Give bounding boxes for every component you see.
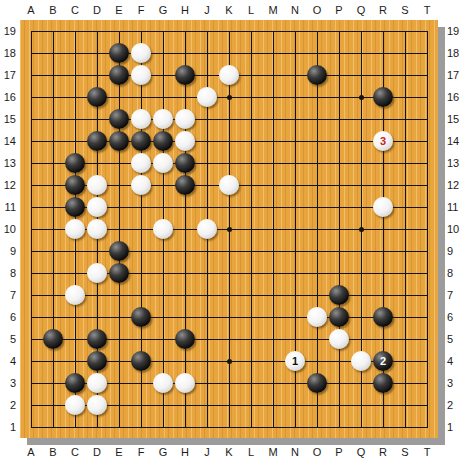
intersection-L19[interactable] [240, 20, 262, 42]
intersection-G17[interactable] [152, 64, 174, 86]
intersection-B1[interactable] [42, 416, 64, 438]
intersection-M7[interactable] [262, 284, 284, 306]
intersection-R17[interactable] [372, 64, 394, 86]
intersection-M12[interactable] [262, 174, 284, 196]
intersection-K5[interactable] [218, 328, 240, 350]
intersection-C19[interactable] [64, 20, 86, 42]
intersection-M15[interactable] [262, 108, 284, 130]
intersection-S14[interactable] [394, 130, 416, 152]
intersection-M4[interactable] [262, 350, 284, 372]
intersection-E12[interactable] [108, 174, 130, 196]
intersection-H18[interactable] [174, 42, 196, 64]
intersection-S5[interactable] [394, 328, 416, 350]
intersection-T5[interactable] [416, 328, 438, 350]
intersection-J5[interactable] [196, 328, 218, 350]
intersection-G8[interactable] [152, 262, 174, 284]
intersection-R2[interactable] [372, 394, 394, 416]
intersection-K6[interactable] [218, 306, 240, 328]
intersection-O5[interactable] [306, 328, 328, 350]
intersection-P10[interactable] [328, 218, 350, 240]
intersection-K14[interactable] [218, 130, 240, 152]
intersection-E7[interactable] [108, 284, 130, 306]
intersection-F19[interactable] [130, 20, 152, 42]
intersection-L14[interactable] [240, 130, 262, 152]
intersection-J12[interactable] [196, 174, 218, 196]
intersection-C9[interactable] [64, 240, 86, 262]
intersection-P2[interactable] [328, 394, 350, 416]
intersection-L6[interactable] [240, 306, 262, 328]
intersection-Q1[interactable] [350, 416, 372, 438]
intersection-H5[interactable] [174, 328, 196, 350]
intersection-M13[interactable] [262, 152, 284, 174]
intersection-Q5[interactable] [350, 328, 372, 350]
intersection-E9[interactable] [108, 240, 130, 262]
intersection-H6[interactable] [174, 306, 196, 328]
intersection-B15[interactable] [42, 108, 64, 130]
intersection-Q16[interactable] [350, 86, 372, 108]
intersection-K11[interactable] [218, 196, 240, 218]
intersection-J6[interactable] [196, 306, 218, 328]
intersection-C8[interactable] [64, 262, 86, 284]
intersection-F9[interactable] [130, 240, 152, 262]
go-board[interactable]: 312 [20, 20, 438, 438]
intersection-O3[interactable] [306, 372, 328, 394]
intersection-C1[interactable] [64, 416, 86, 438]
intersection-N9[interactable] [284, 240, 306, 262]
intersection-G6[interactable] [152, 306, 174, 328]
intersection-D8[interactable] [86, 262, 108, 284]
intersection-E10[interactable] [108, 218, 130, 240]
intersection-J17[interactable] [196, 64, 218, 86]
intersection-D17[interactable] [86, 64, 108, 86]
intersection-P4[interactable] [328, 350, 350, 372]
intersection-R18[interactable] [372, 42, 394, 64]
intersection-K12[interactable] [218, 174, 240, 196]
intersection-E17[interactable] [108, 64, 130, 86]
intersection-O6[interactable] [306, 306, 328, 328]
intersection-O15[interactable] [306, 108, 328, 130]
intersection-D9[interactable] [86, 240, 108, 262]
intersection-G16[interactable] [152, 86, 174, 108]
intersection-B12[interactable] [42, 174, 64, 196]
intersection-N8[interactable] [284, 262, 306, 284]
intersection-H7[interactable] [174, 284, 196, 306]
intersection-R16[interactable] [372, 86, 394, 108]
intersection-T14[interactable] [416, 130, 438, 152]
intersection-P5[interactable] [328, 328, 350, 350]
intersection-A15[interactable] [20, 108, 42, 130]
intersection-K18[interactable] [218, 42, 240, 64]
intersection-R13[interactable] [372, 152, 394, 174]
intersection-F6[interactable] [130, 306, 152, 328]
intersection-Q19[interactable] [350, 20, 372, 42]
intersection-R11[interactable] [372, 196, 394, 218]
intersection-A17[interactable] [20, 64, 42, 86]
intersection-K9[interactable] [218, 240, 240, 262]
intersection-C18[interactable] [64, 42, 86, 64]
intersection-M8[interactable] [262, 262, 284, 284]
intersection-G11[interactable] [152, 196, 174, 218]
intersection-O17[interactable] [306, 64, 328, 86]
intersection-J3[interactable] [196, 372, 218, 394]
intersection-H15[interactable] [174, 108, 196, 130]
intersection-J18[interactable] [196, 42, 218, 64]
intersection-P11[interactable] [328, 196, 350, 218]
intersection-F13[interactable] [130, 152, 152, 174]
intersection-R1[interactable] [372, 416, 394, 438]
intersection-O1[interactable] [306, 416, 328, 438]
intersection-F8[interactable] [130, 262, 152, 284]
intersection-F18[interactable] [130, 42, 152, 64]
intersection-H9[interactable] [174, 240, 196, 262]
intersection-J7[interactable] [196, 284, 218, 306]
intersection-A8[interactable] [20, 262, 42, 284]
intersection-E1[interactable] [108, 416, 130, 438]
intersection-E13[interactable] [108, 152, 130, 174]
intersection-D11[interactable] [86, 196, 108, 218]
intersection-H2[interactable] [174, 394, 196, 416]
intersection-A9[interactable] [20, 240, 42, 262]
intersection-L1[interactable] [240, 416, 262, 438]
intersection-H11[interactable] [174, 196, 196, 218]
intersection-T2[interactable] [416, 394, 438, 416]
intersection-D5[interactable] [86, 328, 108, 350]
intersection-S17[interactable] [394, 64, 416, 86]
intersection-A13[interactable] [20, 152, 42, 174]
intersection-G1[interactable] [152, 416, 174, 438]
intersection-B2[interactable] [42, 394, 64, 416]
intersection-P7[interactable] [328, 284, 350, 306]
intersection-L15[interactable] [240, 108, 262, 130]
intersection-J16[interactable] [196, 86, 218, 108]
intersection-D3[interactable] [86, 372, 108, 394]
intersection-E6[interactable] [108, 306, 130, 328]
intersection-H12[interactable] [174, 174, 196, 196]
intersection-P13[interactable] [328, 152, 350, 174]
intersection-K15[interactable] [218, 108, 240, 130]
intersection-E18[interactable] [108, 42, 130, 64]
intersection-O13[interactable] [306, 152, 328, 174]
intersection-K16[interactable] [218, 86, 240, 108]
intersection-A7[interactable] [20, 284, 42, 306]
intersection-O14[interactable] [306, 130, 328, 152]
intersection-O7[interactable] [306, 284, 328, 306]
intersection-R19[interactable] [372, 20, 394, 42]
intersection-G7[interactable] [152, 284, 174, 306]
intersection-N12[interactable] [284, 174, 306, 196]
intersection-S18[interactable] [394, 42, 416, 64]
intersection-C3[interactable] [64, 372, 86, 394]
intersection-L8[interactable] [240, 262, 262, 284]
intersection-M11[interactable] [262, 196, 284, 218]
intersection-N4[interactable]: 1 [284, 350, 306, 372]
intersection-B8[interactable] [42, 262, 64, 284]
intersection-Q8[interactable] [350, 262, 372, 284]
intersection-K3[interactable] [218, 372, 240, 394]
intersection-M1[interactable] [262, 416, 284, 438]
intersection-N14[interactable] [284, 130, 306, 152]
intersection-D7[interactable] [86, 284, 108, 306]
intersection-P9[interactable] [328, 240, 350, 262]
intersection-N6[interactable] [284, 306, 306, 328]
intersection-T15[interactable] [416, 108, 438, 130]
intersection-T6[interactable] [416, 306, 438, 328]
intersection-B13[interactable] [42, 152, 64, 174]
intersection-G5[interactable] [152, 328, 174, 350]
intersection-T17[interactable] [416, 64, 438, 86]
intersection-A18[interactable] [20, 42, 42, 64]
intersection-R3[interactable] [372, 372, 394, 394]
intersection-H16[interactable] [174, 86, 196, 108]
intersection-P15[interactable] [328, 108, 350, 130]
intersection-T7[interactable] [416, 284, 438, 306]
intersection-T3[interactable] [416, 372, 438, 394]
intersection-H17[interactable] [174, 64, 196, 86]
intersection-A5[interactable] [20, 328, 42, 350]
intersection-M2[interactable] [262, 394, 284, 416]
intersection-E2[interactable] [108, 394, 130, 416]
intersection-Q3[interactable] [350, 372, 372, 394]
intersection-B19[interactable] [42, 20, 64, 42]
intersection-A1[interactable] [20, 416, 42, 438]
intersection-G2[interactable] [152, 394, 174, 416]
intersection-L3[interactable] [240, 372, 262, 394]
intersection-Q4[interactable] [350, 350, 372, 372]
intersection-H19[interactable] [174, 20, 196, 42]
intersection-H8[interactable] [174, 262, 196, 284]
intersection-L4[interactable] [240, 350, 262, 372]
intersection-R14[interactable]: 3 [372, 130, 394, 152]
intersection-O18[interactable] [306, 42, 328, 64]
intersection-G14[interactable] [152, 130, 174, 152]
intersection-H4[interactable] [174, 350, 196, 372]
intersection-N7[interactable] [284, 284, 306, 306]
intersection-B4[interactable] [42, 350, 64, 372]
intersection-D14[interactable] [86, 130, 108, 152]
intersection-C4[interactable] [64, 350, 86, 372]
intersection-O8[interactable] [306, 262, 328, 284]
intersection-S15[interactable] [394, 108, 416, 130]
intersection-E4[interactable] [108, 350, 130, 372]
intersection-N10[interactable] [284, 218, 306, 240]
intersection-J10[interactable] [196, 218, 218, 240]
intersection-C12[interactable] [64, 174, 86, 196]
intersection-G4[interactable] [152, 350, 174, 372]
intersection-Q7[interactable] [350, 284, 372, 306]
intersection-D12[interactable] [86, 174, 108, 196]
intersection-L18[interactable] [240, 42, 262, 64]
intersection-C11[interactable] [64, 196, 86, 218]
intersection-B6[interactable] [42, 306, 64, 328]
intersection-T12[interactable] [416, 174, 438, 196]
intersection-S9[interactable] [394, 240, 416, 262]
intersection-O19[interactable] [306, 20, 328, 42]
intersection-O10[interactable] [306, 218, 328, 240]
intersection-N18[interactable] [284, 42, 306, 64]
intersection-Q18[interactable] [350, 42, 372, 64]
intersection-T10[interactable] [416, 218, 438, 240]
intersection-K4[interactable] [218, 350, 240, 372]
intersection-T8[interactable] [416, 262, 438, 284]
intersection-J9[interactable] [196, 240, 218, 262]
intersection-M18[interactable] [262, 42, 284, 64]
intersection-J15[interactable] [196, 108, 218, 130]
intersection-F5[interactable] [130, 328, 152, 350]
intersection-F11[interactable] [130, 196, 152, 218]
intersection-R12[interactable] [372, 174, 394, 196]
intersection-K1[interactable] [218, 416, 240, 438]
intersection-S19[interactable] [394, 20, 416, 42]
intersection-R8[interactable] [372, 262, 394, 284]
intersection-D10[interactable] [86, 218, 108, 240]
intersection-R6[interactable] [372, 306, 394, 328]
intersection-F3[interactable] [130, 372, 152, 394]
intersection-F10[interactable] [130, 218, 152, 240]
intersection-K19[interactable] [218, 20, 240, 42]
intersection-S4[interactable] [394, 350, 416, 372]
intersection-S11[interactable] [394, 196, 416, 218]
intersection-S13[interactable] [394, 152, 416, 174]
intersection-C2[interactable] [64, 394, 86, 416]
intersection-T16[interactable] [416, 86, 438, 108]
intersection-R10[interactable] [372, 218, 394, 240]
intersection-L2[interactable] [240, 394, 262, 416]
intersection-S1[interactable] [394, 416, 416, 438]
intersection-T1[interactable] [416, 416, 438, 438]
intersection-G13[interactable] [152, 152, 174, 174]
intersection-N19[interactable] [284, 20, 306, 42]
intersection-L10[interactable] [240, 218, 262, 240]
intersection-G18[interactable] [152, 42, 174, 64]
intersection-T19[interactable] [416, 20, 438, 42]
intersection-J2[interactable] [196, 394, 218, 416]
intersection-L17[interactable] [240, 64, 262, 86]
intersection-S7[interactable] [394, 284, 416, 306]
intersection-B10[interactable] [42, 218, 64, 240]
intersection-F15[interactable] [130, 108, 152, 130]
intersection-D18[interactable] [86, 42, 108, 64]
intersection-O12[interactable] [306, 174, 328, 196]
intersection-O9[interactable] [306, 240, 328, 262]
intersection-O4[interactable] [306, 350, 328, 372]
intersection-S2[interactable] [394, 394, 416, 416]
intersection-B5[interactable] [42, 328, 64, 350]
intersection-L16[interactable] [240, 86, 262, 108]
intersection-J19[interactable] [196, 20, 218, 42]
intersection-M6[interactable] [262, 306, 284, 328]
intersection-K2[interactable] [218, 394, 240, 416]
intersection-S10[interactable] [394, 218, 416, 240]
intersection-N16[interactable] [284, 86, 306, 108]
intersection-M14[interactable] [262, 130, 284, 152]
intersection-C14[interactable] [64, 130, 86, 152]
intersection-F4[interactable] [130, 350, 152, 372]
intersection-Q10[interactable] [350, 218, 372, 240]
intersection-K10[interactable] [218, 218, 240, 240]
intersection-T9[interactable] [416, 240, 438, 262]
intersection-H10[interactable] [174, 218, 196, 240]
intersection-F1[interactable] [130, 416, 152, 438]
intersection-M9[interactable] [262, 240, 284, 262]
intersection-Q6[interactable] [350, 306, 372, 328]
intersection-P3[interactable] [328, 372, 350, 394]
intersection-T11[interactable] [416, 196, 438, 218]
intersection-K8[interactable] [218, 262, 240, 284]
intersection-H1[interactable] [174, 416, 196, 438]
intersection-G19[interactable] [152, 20, 174, 42]
intersection-M5[interactable] [262, 328, 284, 350]
intersection-F12[interactable] [130, 174, 152, 196]
intersection-G3[interactable] [152, 372, 174, 394]
intersection-E16[interactable] [108, 86, 130, 108]
intersection-F16[interactable] [130, 86, 152, 108]
intersection-A16[interactable] [20, 86, 42, 108]
intersection-C5[interactable] [64, 328, 86, 350]
intersection-J11[interactable] [196, 196, 218, 218]
intersection-D15[interactable] [86, 108, 108, 130]
intersection-D2[interactable] [86, 394, 108, 416]
intersection-E3[interactable] [108, 372, 130, 394]
intersection-B17[interactable] [42, 64, 64, 86]
intersection-J4[interactable] [196, 350, 218, 372]
intersection-N11[interactable] [284, 196, 306, 218]
intersection-L11[interactable] [240, 196, 262, 218]
intersection-S6[interactable] [394, 306, 416, 328]
intersection-N13[interactable] [284, 152, 306, 174]
intersection-K17[interactable] [218, 64, 240, 86]
intersection-Q15[interactable] [350, 108, 372, 130]
intersection-B9[interactable] [42, 240, 64, 262]
intersection-E14[interactable] [108, 130, 130, 152]
intersection-A12[interactable] [20, 174, 42, 196]
intersection-B7[interactable] [42, 284, 64, 306]
intersection-E11[interactable] [108, 196, 130, 218]
intersection-N1[interactable] [284, 416, 306, 438]
intersection-C15[interactable] [64, 108, 86, 130]
intersection-Q12[interactable] [350, 174, 372, 196]
intersection-S16[interactable] [394, 86, 416, 108]
intersection-L13[interactable] [240, 152, 262, 174]
intersection-N17[interactable] [284, 64, 306, 86]
intersection-J13[interactable] [196, 152, 218, 174]
intersection-P18[interactable] [328, 42, 350, 64]
intersection-F17[interactable] [130, 64, 152, 86]
intersection-F14[interactable] [130, 130, 152, 152]
intersection-R15[interactable] [372, 108, 394, 130]
intersection-R4[interactable]: 2 [372, 350, 394, 372]
intersection-D13[interactable] [86, 152, 108, 174]
intersection-Q13[interactable] [350, 152, 372, 174]
intersection-A10[interactable] [20, 218, 42, 240]
intersection-O2[interactable] [306, 394, 328, 416]
intersection-P16[interactable] [328, 86, 350, 108]
intersection-S8[interactable] [394, 262, 416, 284]
intersection-R9[interactable] [372, 240, 394, 262]
intersection-R7[interactable] [372, 284, 394, 306]
intersection-C10[interactable] [64, 218, 86, 240]
intersection-A4[interactable] [20, 350, 42, 372]
intersection-G10[interactable] [152, 218, 174, 240]
intersection-L7[interactable] [240, 284, 262, 306]
intersection-M3[interactable] [262, 372, 284, 394]
intersection-C17[interactable] [64, 64, 86, 86]
intersection-C16[interactable] [64, 86, 86, 108]
intersection-H3[interactable] [174, 372, 196, 394]
intersection-N5[interactable] [284, 328, 306, 350]
intersection-E5[interactable] [108, 328, 130, 350]
intersection-F7[interactable] [130, 284, 152, 306]
intersection-A2[interactable] [20, 394, 42, 416]
